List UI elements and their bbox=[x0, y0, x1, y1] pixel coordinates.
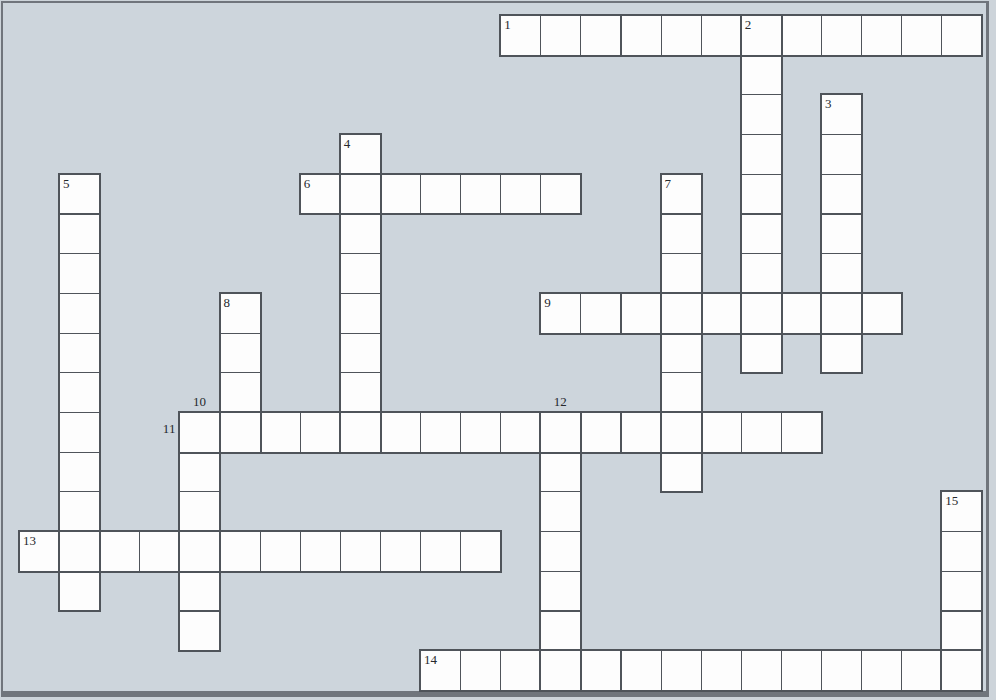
grid-cell[interactable] bbox=[580, 412, 621, 453]
grid-cell[interactable] bbox=[540, 293, 581, 334]
grid-cell[interactable] bbox=[741, 94, 782, 135]
grid-cell[interactable] bbox=[59, 531, 100, 572]
grid-cell[interactable] bbox=[741, 333, 782, 374]
grid-cell[interactable] bbox=[781, 412, 822, 453]
grid-cell[interactable] bbox=[821, 134, 862, 175]
grid-cell[interactable] bbox=[741, 412, 782, 453]
grid-cell[interactable] bbox=[460, 412, 501, 453]
grid-cell[interactable] bbox=[821, 253, 862, 294]
grid-cell[interactable] bbox=[220, 372, 261, 413]
grid-cell[interactable] bbox=[340, 333, 381, 374]
grid-cell[interactable] bbox=[941, 571, 982, 612]
grid-cell[interactable] bbox=[580, 293, 621, 334]
grid-cell[interactable] bbox=[59, 571, 100, 612]
grid-cell[interactable] bbox=[821, 333, 862, 374]
grid-cell[interactable] bbox=[621, 412, 662, 453]
grid-cell[interactable] bbox=[861, 293, 902, 334]
grid-cell[interactable] bbox=[661, 253, 702, 294]
grid-cell[interactable] bbox=[260, 412, 301, 453]
grid-cell[interactable] bbox=[741, 650, 782, 691]
grid-cell[interactable] bbox=[781, 650, 822, 691]
grid-cell[interactable] bbox=[661, 452, 702, 493]
grid-cell[interactable] bbox=[540, 15, 581, 56]
grid-cell[interactable] bbox=[340, 293, 381, 334]
grid-cell[interactable] bbox=[661, 333, 702, 374]
grid-cell[interactable] bbox=[139, 531, 180, 572]
grid-cell[interactable] bbox=[621, 293, 662, 334]
grid-cell[interactable] bbox=[901, 15, 942, 56]
grid-cell[interactable] bbox=[220, 293, 261, 334]
grid-cell[interactable] bbox=[220, 531, 261, 572]
grid-cell[interactable] bbox=[741, 253, 782, 294]
grid-cell[interactable] bbox=[941, 491, 982, 532]
clue-number-10: 10 bbox=[179, 394, 219, 409]
grid-cell[interactable] bbox=[621, 15, 662, 56]
grid-cell[interactable] bbox=[220, 333, 261, 374]
grid-cell[interactable] bbox=[500, 650, 541, 691]
grid-cell[interactable] bbox=[781, 15, 822, 56]
grid-cell[interactable] bbox=[59, 214, 100, 255]
grid-cell[interactable] bbox=[941, 531, 982, 572]
grid-cell[interactable] bbox=[340, 372, 381, 413]
grid-cell[interactable] bbox=[59, 412, 100, 453]
grid-cell[interactable] bbox=[941, 650, 982, 691]
crossword-window: 123456789101112131415 bbox=[0, 0, 996, 700]
grid-cell[interactable] bbox=[260, 531, 301, 572]
grid-cell[interactable] bbox=[340, 174, 381, 215]
grid-cell[interactable] bbox=[701, 650, 742, 691]
grid-cell[interactable] bbox=[300, 412, 341, 453]
grid-cell[interactable] bbox=[941, 611, 982, 652]
grid-cell[interactable] bbox=[540, 531, 581, 572]
grid-cell[interactable] bbox=[460, 174, 501, 215]
grid-cell[interactable] bbox=[59, 491, 100, 532]
grid-cell[interactable] bbox=[59, 174, 100, 215]
grid-cell[interactable] bbox=[941, 15, 982, 56]
grid-cell[interactable] bbox=[19, 531, 60, 572]
grid-cell[interactable] bbox=[701, 412, 742, 453]
grid-cell[interactable] bbox=[179, 412, 220, 453]
grid-cell[interactable] bbox=[59, 253, 100, 294]
grid-cell[interactable] bbox=[340, 214, 381, 255]
grid-cell[interactable] bbox=[580, 650, 621, 691]
grid-cell[interactable] bbox=[741, 134, 782, 175]
grid-cell[interactable] bbox=[420, 650, 461, 691]
grid-cell[interactable] bbox=[821, 174, 862, 215]
grid-cell[interactable] bbox=[741, 55, 782, 96]
grid-cell[interactable] bbox=[179, 571, 220, 612]
grid-cell[interactable] bbox=[540, 571, 581, 612]
grid-cell[interactable] bbox=[300, 531, 341, 572]
grid-cell[interactable] bbox=[661, 293, 702, 334]
grid-cell[interactable] bbox=[340, 412, 381, 453]
grid-cell[interactable] bbox=[380, 412, 421, 453]
grid-cell[interactable] bbox=[661, 412, 702, 453]
grid-cell[interactable] bbox=[821, 214, 862, 255]
grid-cell[interactable] bbox=[741, 15, 782, 56]
grid-cell[interactable] bbox=[500, 15, 541, 56]
grid-cell[interactable] bbox=[179, 531, 220, 572]
grid-cell[interactable] bbox=[540, 650, 581, 691]
grid-cell[interactable] bbox=[661, 372, 702, 413]
clue-number-11: 11 bbox=[143, 421, 175, 436]
grid-cell[interactable] bbox=[741, 214, 782, 255]
grid-cell[interactable] bbox=[380, 531, 421, 572]
grid-cell[interactable] bbox=[661, 214, 702, 255]
crossword-board: 123456789101112131415 bbox=[1, 1, 989, 697]
grid-cell[interactable] bbox=[179, 452, 220, 493]
grid-cell[interactable] bbox=[741, 174, 782, 215]
grid-cell[interactable] bbox=[220, 412, 261, 453]
grid-cell[interactable] bbox=[460, 531, 501, 572]
grid-cell[interactable] bbox=[821, 293, 862, 334]
grid-cell[interactable] bbox=[500, 174, 541, 215]
grid-cell[interactable] bbox=[661, 15, 702, 56]
grid-cell[interactable] bbox=[500, 412, 541, 453]
grid-cell[interactable] bbox=[741, 293, 782, 334]
grid-cell[interactable] bbox=[540, 412, 581, 453]
grid-cell[interactable] bbox=[340, 531, 381, 572]
grid-cell[interactable] bbox=[621, 650, 662, 691]
grid-cell[interactable] bbox=[901, 650, 942, 691]
grid-cell[interactable] bbox=[179, 491, 220, 532]
grid-cell[interactable] bbox=[861, 650, 902, 691]
grid-cell[interactable] bbox=[540, 174, 581, 215]
grid-cell[interactable] bbox=[861, 15, 902, 56]
clue-number-12: 12 bbox=[540, 394, 580, 409]
grid-cell[interactable] bbox=[340, 253, 381, 294]
grid-cell[interactable] bbox=[460, 650, 501, 691]
grid-cell[interactable] bbox=[661, 650, 702, 691]
grid-cell[interactable] bbox=[99, 531, 140, 572]
grid-cell[interactable] bbox=[179, 611, 220, 652]
grid-cell[interactable] bbox=[580, 15, 621, 56]
grid-cell[interactable] bbox=[821, 94, 862, 135]
grid-cell[interactable] bbox=[300, 174, 341, 215]
grid-cell[interactable] bbox=[701, 293, 742, 334]
grid-cell[interactable] bbox=[420, 412, 461, 453]
grid-cell[interactable] bbox=[59, 293, 100, 334]
grid-cell[interactable] bbox=[821, 15, 862, 56]
grid-cell[interactable] bbox=[701, 15, 742, 56]
grid-cell[interactable] bbox=[540, 491, 581, 532]
grid-cell[interactable] bbox=[380, 174, 421, 215]
grid-cell[interactable] bbox=[420, 531, 461, 572]
grid-cell[interactable] bbox=[540, 611, 581, 652]
grid-cell[interactable] bbox=[59, 372, 100, 413]
grid-cell[interactable] bbox=[781, 293, 822, 334]
grid-cell[interactable] bbox=[59, 452, 100, 493]
grid-cell[interactable] bbox=[540, 452, 581, 493]
grid-cell[interactable] bbox=[340, 134, 381, 175]
grid-cell[interactable] bbox=[661, 174, 702, 215]
grid-cell[interactable] bbox=[59, 333, 100, 374]
grid-cell[interactable] bbox=[420, 174, 461, 215]
grid-cell[interactable] bbox=[821, 650, 862, 691]
